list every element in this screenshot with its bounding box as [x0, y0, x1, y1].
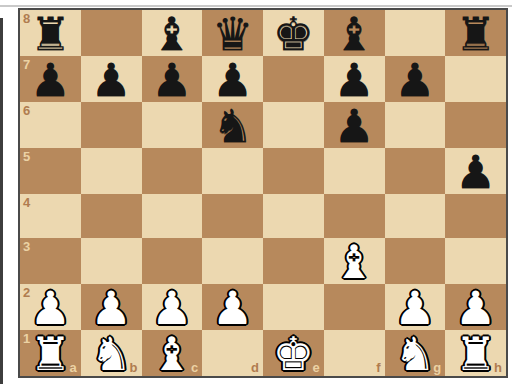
square-d1[interactable]: d — [202, 330, 263, 376]
square-d8[interactable]: ♛ — [202, 10, 263, 56]
square-e6[interactable] — [263, 102, 324, 148]
square-f8[interactable]: ♝ — [324, 10, 385, 56]
rank-label-5: 5 — [23, 150, 30, 163]
square-g6[interactable] — [385, 102, 446, 148]
black-pawn[interactable]: ♟ — [151, 57, 192, 103]
square-b3[interactable] — [81, 238, 142, 284]
white-rook[interactable]: ♜ — [30, 331, 71, 377]
square-b2[interactable]: ♟ — [81, 284, 142, 330]
square-a5[interactable]: 5 — [20, 148, 81, 194]
white-pawn[interactable]: ♟ — [394, 285, 435, 331]
rank-label-4: 4 — [23, 196, 30, 209]
white-king[interactable]: ♚ — [273, 331, 314, 377]
square-h5[interactable]: ♟ — [445, 148, 506, 194]
square-d6[interactable]: ♞ — [202, 102, 263, 148]
square-f1[interactable]: f — [324, 330, 385, 376]
square-e4[interactable] — [263, 194, 324, 238]
black-bishop[interactable]: ♝ — [334, 11, 375, 57]
square-c1[interactable]: c♝ — [142, 330, 203, 376]
white-pawn[interactable]: ♟ — [91, 285, 132, 331]
square-c4[interactable] — [142, 194, 203, 238]
white-bishop[interactable]: ♝ — [151, 331, 192, 377]
square-d4[interactable] — [202, 194, 263, 238]
square-g3[interactable] — [385, 238, 446, 284]
black-rook[interactable]: ♜ — [30, 11, 71, 57]
black-pawn[interactable]: ♟ — [212, 57, 253, 103]
square-c8[interactable]: ♝ — [142, 10, 203, 56]
square-b8[interactable] — [81, 10, 142, 56]
square-a3[interactable]: 3 — [20, 238, 81, 284]
square-e3[interactable] — [263, 238, 324, 284]
file-label-d: d — [251, 361, 259, 374]
square-a4[interactable]: 4 — [20, 194, 81, 238]
square-f5[interactable] — [324, 148, 385, 194]
black-queen[interactable]: ♛ — [212, 11, 253, 57]
square-f2[interactable] — [324, 284, 385, 330]
black-pawn[interactable]: ♟ — [334, 103, 375, 149]
square-f4[interactable] — [324, 194, 385, 238]
square-h8[interactable]: ♜ — [445, 10, 506, 56]
square-g1[interactable]: g♞ — [385, 330, 446, 376]
white-pawn[interactable]: ♟ — [151, 285, 192, 331]
square-g7[interactable]: ♟ — [385, 56, 446, 102]
square-c6[interactable] — [142, 102, 203, 148]
black-pawn[interactable]: ♟ — [30, 57, 71, 103]
square-d2[interactable]: ♟ — [202, 284, 263, 330]
white-rook[interactable]: ♜ — [455, 331, 496, 377]
square-b5[interactable] — [81, 148, 142, 194]
black-pawn[interactable]: ♟ — [91, 57, 132, 103]
white-knight[interactable]: ♞ — [394, 331, 435, 377]
page-top-divider — [0, 5, 512, 7]
square-g4[interactable] — [385, 194, 446, 238]
page: 8♜♝♛♚♝♜7♟♟♟♟♟♟6♞♟5♟43♝2♟♟♟♟♟♟1a♜b♞c♝de♚f… — [0, 0, 512, 384]
square-b7[interactable]: ♟ — [81, 56, 142, 102]
black-pawn[interactable]: ♟ — [334, 57, 375, 103]
square-d7[interactable]: ♟ — [202, 56, 263, 102]
square-h2[interactable]: ♟ — [445, 284, 506, 330]
square-e5[interactable] — [263, 148, 324, 194]
square-d5[interactable] — [202, 148, 263, 194]
file-label-f: f — [376, 361, 380, 374]
black-knight[interactable]: ♞ — [212, 103, 253, 149]
square-b6[interactable] — [81, 102, 142, 148]
left-edge-border — [0, 18, 3, 384]
black-rook[interactable]: ♜ — [455, 11, 496, 57]
square-c2[interactable]: ♟ — [142, 284, 203, 330]
black-king[interactable]: ♚ — [273, 11, 314, 57]
square-c5[interactable] — [142, 148, 203, 194]
square-a8[interactable]: 8♜ — [20, 10, 81, 56]
square-f3[interactable]: ♝ — [324, 238, 385, 284]
square-c7[interactable]: ♟ — [142, 56, 203, 102]
white-pawn[interactable]: ♟ — [30, 285, 71, 331]
square-h3[interactable] — [445, 238, 506, 284]
square-a6[interactable]: 6 — [20, 102, 81, 148]
square-g2[interactable]: ♟ — [385, 284, 446, 330]
black-bishop[interactable]: ♝ — [151, 11, 192, 57]
square-d3[interactable] — [202, 238, 263, 284]
square-h1[interactable]: h♜ — [445, 330, 506, 376]
chess-board: 8♜♝♛♚♝♜7♟♟♟♟♟♟6♞♟5♟43♝2♟♟♟♟♟♟1a♜b♞c♝de♚f… — [18, 8, 508, 378]
square-e1[interactable]: e♚ — [263, 330, 324, 376]
square-h6[interactable] — [445, 102, 506, 148]
black-pawn[interactable]: ♟ — [394, 57, 435, 103]
square-h4[interactable] — [445, 194, 506, 238]
square-h7[interactable] — [445, 56, 506, 102]
square-a7[interactable]: 7♟ — [20, 56, 81, 102]
square-f6[interactable]: ♟ — [324, 102, 385, 148]
white-pawn[interactable]: ♟ — [212, 285, 253, 331]
square-a1[interactable]: 1a♜ — [20, 330, 81, 376]
white-bishop[interactable]: ♝ — [334, 239, 375, 285]
square-a2[interactable]: 2♟ — [20, 284, 81, 330]
square-b4[interactable] — [81, 194, 142, 238]
square-g8[interactable] — [385, 10, 446, 56]
white-knight[interactable]: ♞ — [91, 331, 132, 377]
square-b1[interactable]: b♞ — [81, 330, 142, 376]
square-f7[interactable]: ♟ — [324, 56, 385, 102]
black-pawn[interactable]: ♟ — [455, 149, 496, 195]
square-e8[interactable]: ♚ — [263, 10, 324, 56]
square-g5[interactable] — [385, 148, 446, 194]
square-e2[interactable] — [263, 284, 324, 330]
square-e7[interactable] — [263, 56, 324, 102]
white-pawn[interactable]: ♟ — [455, 285, 496, 331]
rank-label-3: 3 — [23, 240, 30, 253]
square-c3[interactable] — [142, 238, 203, 284]
